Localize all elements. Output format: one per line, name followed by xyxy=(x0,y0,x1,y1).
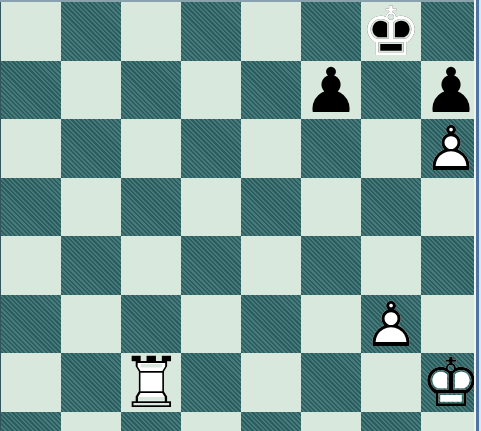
square-d7[interactable] xyxy=(181,61,241,120)
square-g1[interactable] xyxy=(361,412,421,431)
square-e7[interactable] xyxy=(241,61,301,120)
square-h8[interactable] xyxy=(421,2,481,61)
square-f7[interactable]: ♟ xyxy=(301,61,361,120)
square-c5[interactable] xyxy=(121,178,181,237)
square-d4[interactable] xyxy=(181,236,241,295)
square-a1[interactable] xyxy=(1,412,61,431)
square-e4[interactable] xyxy=(241,236,301,295)
square-g2[interactable] xyxy=(361,353,421,412)
square-a5[interactable] xyxy=(1,178,61,237)
king-outline-icon: ♔ xyxy=(361,0,422,66)
square-f4[interactable] xyxy=(301,236,361,295)
square-b1[interactable] xyxy=(61,412,121,431)
white-pawn-h6: ♟♙ xyxy=(423,118,479,180)
square-a7[interactable] xyxy=(1,61,61,120)
square-h5[interactable] xyxy=(421,178,481,237)
chess-board: ♚♔♟♟♟♙♟♙♜♖♚♔ xyxy=(1,2,481,431)
square-f3[interactable] xyxy=(301,295,361,354)
pawn-outline-icon: ♙ xyxy=(363,294,419,356)
square-g7[interactable] xyxy=(361,61,421,120)
square-b8[interactable] xyxy=(61,2,121,61)
square-g6[interactable] xyxy=(361,119,421,178)
pawn-icon: ♟ xyxy=(303,60,359,122)
square-c6[interactable] xyxy=(121,119,181,178)
square-f1[interactable] xyxy=(301,412,361,431)
white-king-h2: ♚♔ xyxy=(421,349,481,417)
square-a3[interactable] xyxy=(1,295,61,354)
square-e8[interactable] xyxy=(241,2,301,61)
square-d8[interactable] xyxy=(181,2,241,61)
square-c8[interactable] xyxy=(121,2,181,61)
square-b3[interactable] xyxy=(61,295,121,354)
square-h7[interactable]: ♟ xyxy=(421,61,481,120)
square-b5[interactable] xyxy=(61,178,121,237)
square-e5[interactable] xyxy=(241,178,301,237)
square-b6[interactable] xyxy=(61,119,121,178)
square-g8[interactable]: ♚♔ xyxy=(361,2,421,61)
square-c7[interactable] xyxy=(121,61,181,120)
square-g4[interactable] xyxy=(361,236,421,295)
square-f5[interactable] xyxy=(301,178,361,237)
square-d1[interactable] xyxy=(181,412,241,431)
square-c4[interactable] xyxy=(121,236,181,295)
square-a2[interactable] xyxy=(1,353,61,412)
square-e2[interactable] xyxy=(241,353,301,412)
square-a4[interactable] xyxy=(1,236,61,295)
black-king-g8: ♚♔ xyxy=(361,0,422,66)
square-h4[interactable] xyxy=(421,236,481,295)
black-pawn-f7: ♟ xyxy=(303,60,359,122)
square-b4[interactable] xyxy=(61,236,121,295)
square-b2[interactable] xyxy=(61,353,121,412)
square-f6[interactable] xyxy=(301,119,361,178)
square-d5[interactable] xyxy=(181,178,241,237)
pawn-outline-icon: ♙ xyxy=(423,118,479,180)
square-e6[interactable] xyxy=(241,119,301,178)
square-h1[interactable] xyxy=(421,412,481,431)
square-a6[interactable] xyxy=(1,119,61,178)
white-rook-c2: ♜♖ xyxy=(120,348,183,418)
square-f2[interactable] xyxy=(301,353,361,412)
white-pawn-g3: ♟♙ xyxy=(363,294,419,356)
square-b7[interactable] xyxy=(61,61,121,120)
king-outline-icon: ♔ xyxy=(421,349,481,417)
square-f8[interactable] xyxy=(301,2,361,61)
square-c1[interactable] xyxy=(121,412,181,431)
square-d2[interactable] xyxy=(181,353,241,412)
square-e3[interactable] xyxy=(241,295,301,354)
square-c2[interactable]: ♜♖ xyxy=(121,353,181,412)
square-d3[interactable] xyxy=(181,295,241,354)
chess-diagram: ♚♔♟♟♟♙♟♙♜♖♚♔ xyxy=(0,0,481,431)
square-g5[interactable] xyxy=(361,178,421,237)
square-g3[interactable]: ♟♙ xyxy=(361,295,421,354)
square-a8[interactable] xyxy=(1,2,61,61)
square-h2[interactable]: ♚♔ xyxy=(421,353,481,412)
square-h6[interactable]: ♟♙ xyxy=(421,119,481,178)
square-e1[interactable] xyxy=(241,412,301,431)
square-d6[interactable] xyxy=(181,119,241,178)
rook-outline-icon: ♖ xyxy=(120,348,183,418)
